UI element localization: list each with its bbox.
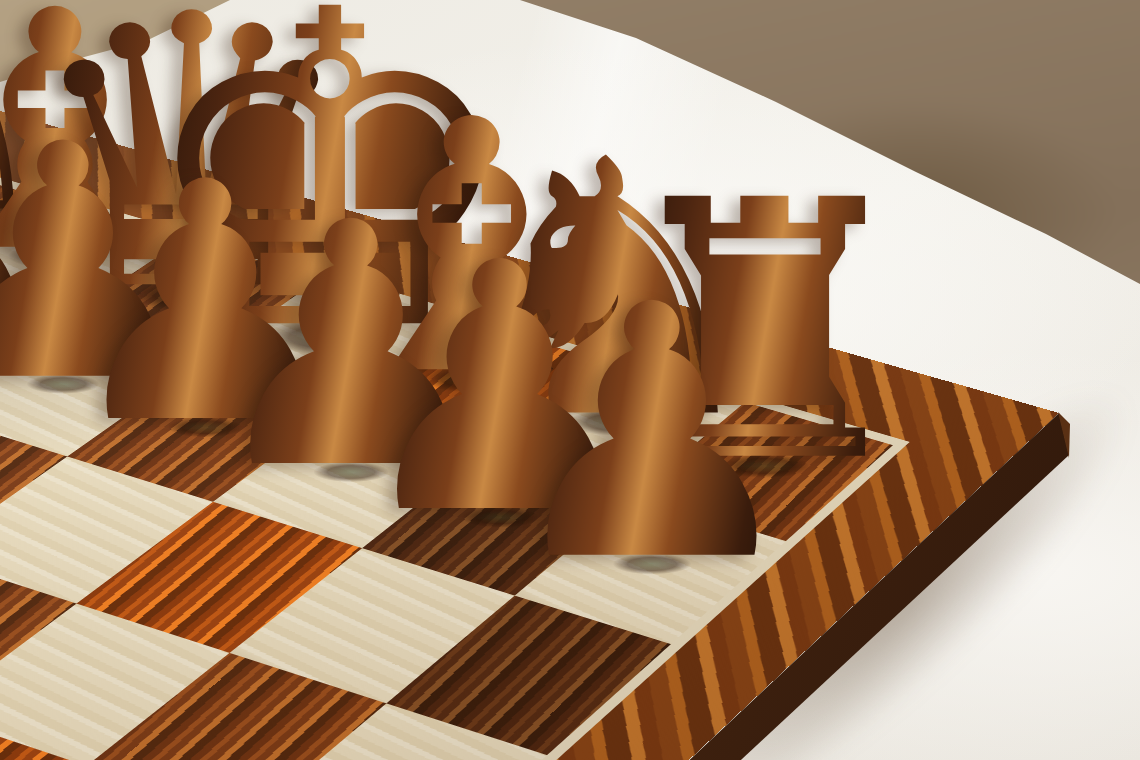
piece-black-p-h7: ♟ (495, 298, 808, 570)
photo-stage: ♜♞♝♛♚♝♞♜♟♟♟♟♟♟♟♟ (0, 0, 1140, 760)
